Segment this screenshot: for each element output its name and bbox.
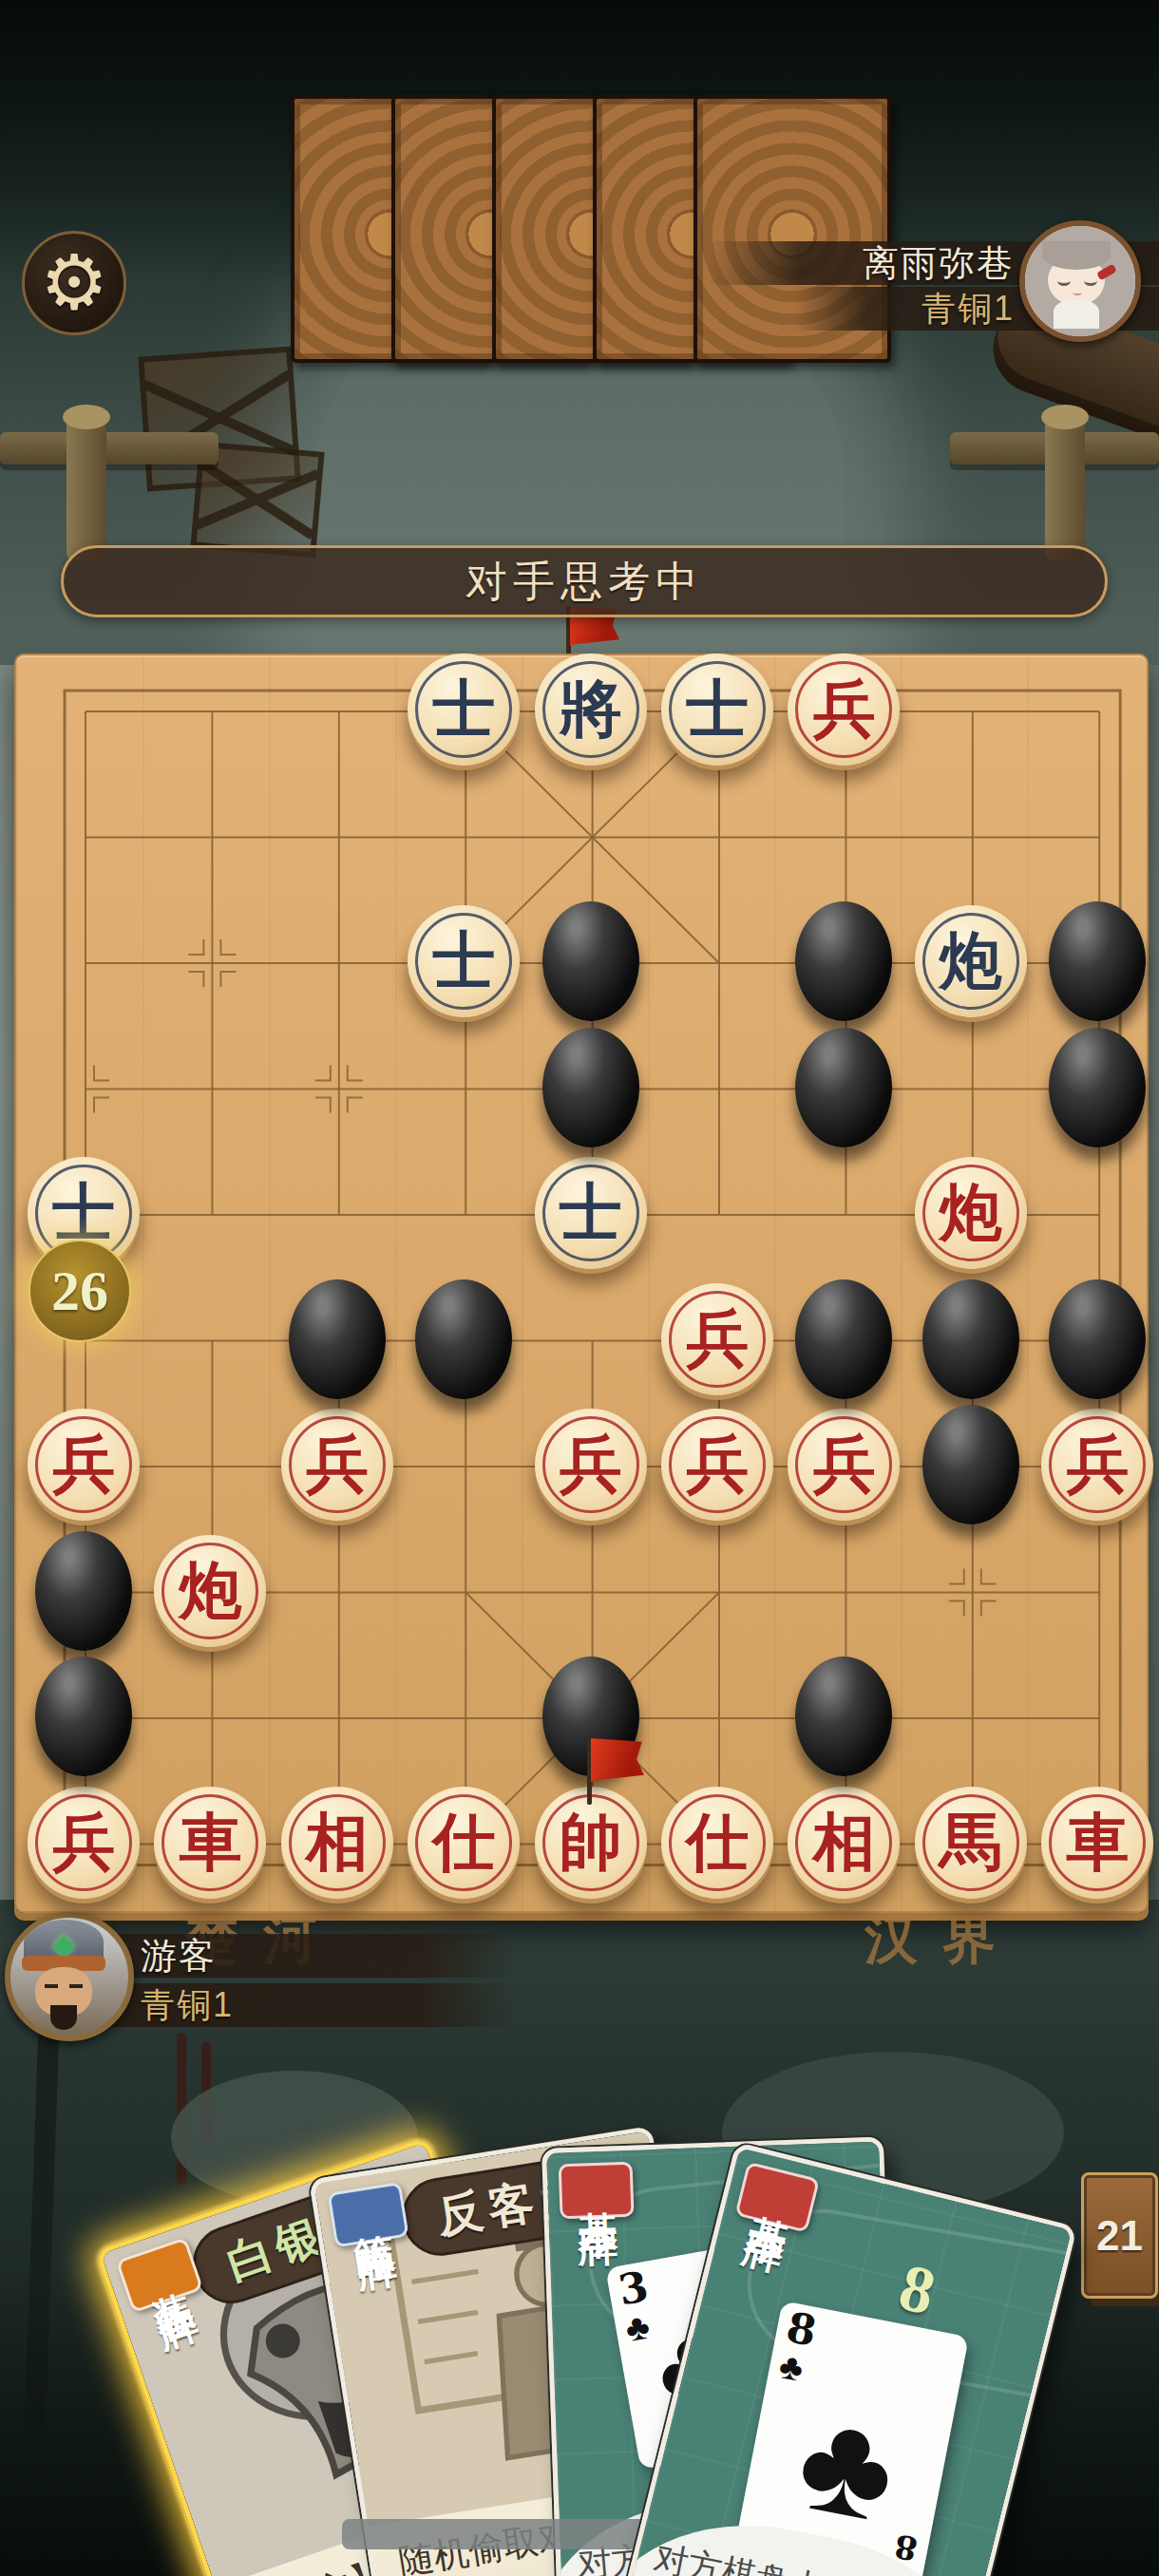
black-stone-token [542,901,639,1021]
deck-counter: 21 [1081,2172,1158,2299]
red-piece-車[interactable]: 車 [1041,1787,1153,1899]
red-piece-炮[interactable]: 炮 [915,1157,1027,1269]
black-piece-炮[interactable]: 炮 [915,905,1027,1017]
settings-button[interactable]: ⚙ [22,231,126,335]
black-stone-token [795,901,892,1021]
black-piece-將[interactable]: 將 [535,653,647,766]
avatar-beard [50,2005,77,2030]
black-piece-士[interactable]: 士 [661,653,773,766]
black-stone-token [35,1657,132,1776]
player-name: 游客 [141,1932,217,1980]
red-piece-兵[interactable]: 兵 [661,1283,773,1395]
avatar-mouth [1073,289,1082,295]
status-banner-text: 对手思考中 [465,554,703,610]
black-stone-token [1049,1028,1146,1147]
avatar-eye [69,1984,83,1988]
red-piece-兵[interactable]: 兵 [28,1787,140,1899]
red-piece-仕[interactable]: 仕 [408,1787,520,1899]
red-piece-相[interactable]: 相 [281,1787,393,1899]
piece-timer-badge: 26 [28,1240,131,1342]
red-piece-仕[interactable]: 仕 [661,1787,773,1899]
player-avatar[interactable] [5,1912,134,2041]
black-stone-token [795,1279,892,1399]
red-piece-相[interactable]: 相 [788,1787,900,1899]
black-piece-士[interactable]: 士 [408,653,520,766]
avatar-eye [1057,275,1071,286]
card-type-tag: 基本牌 [559,2162,635,2220]
opponent-avatar[interactable] [1019,220,1141,342]
black-stone-token [415,1279,512,1399]
avatar-bangs [1042,241,1111,270]
black-stone-token [1049,901,1146,1021]
red-piece-兵[interactable]: 兵 [661,1409,773,1521]
avatar-eye [45,1984,58,1988]
status-banner: 对手思考中 [61,545,1108,617]
opponent-rank: 青铜1 [921,286,1015,332]
red-piece-兵[interactable]: 兵 [1041,1409,1153,1521]
deck-count-value: 21 [1096,2212,1143,2260]
red-piece-兵[interactable]: 兵 [535,1409,647,1521]
black-piece-士[interactable]: 士 [535,1157,647,1269]
black-stone-token [1049,1279,1146,1399]
red-piece-兵[interactable]: 兵 [281,1409,393,1521]
piece-timer-value: 26 [51,1259,108,1324]
black-stone-token [795,1657,892,1776]
black-stone-token [922,1279,1019,1399]
black-stone-token [289,1279,386,1399]
red-piece-馬[interactable]: 馬 [915,1787,1027,1899]
black-stone-token [35,1531,132,1651]
card-type-tag: 策略牌 [327,2182,408,2247]
river-label-right: 汉界 [828,1904,1056,1977]
fence-post-right [1045,418,1085,560]
red-piece-兵[interactable]: 兵 [28,1409,140,1521]
black-piece-士[interactable]: 士 [408,905,520,1017]
red-piece-炮[interactable]: 炮 [154,1535,266,1647]
player-rank: 青铜1 [141,1982,234,2029]
fence-rail-left [0,432,218,464]
red-piece-車[interactable]: 車 [154,1787,266,1899]
black-stone-token [542,1028,639,1147]
avatar-eye [1084,275,1097,286]
black-stone-token [922,1405,1019,1525]
opponent-name: 离雨弥巷 [863,239,1015,288]
red-piece-兵[interactable]: 兵 [788,653,900,766]
avatar-collar [1054,300,1099,329]
game-screen: ⚙ 离雨弥巷 青铜1 对手思考中 楚河 汉界 26 [0,0,1159,2576]
black-stone-token [795,1028,892,1147]
fence-post-left [66,418,106,560]
gear-icon: ⚙ [40,245,108,321]
red-piece-兵[interactable]: 兵 [788,1409,900,1521]
stone-edge-left [0,665,15,1900]
